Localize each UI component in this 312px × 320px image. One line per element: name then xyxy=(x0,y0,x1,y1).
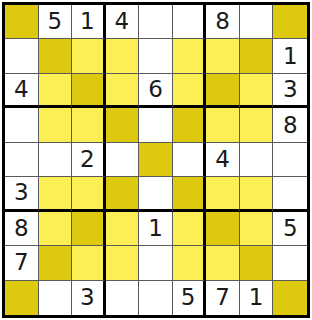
sudoku-cell-r7c5[interactable]: 1 xyxy=(139,212,173,246)
sudoku-cell-r3c9[interactable]: 3 xyxy=(273,74,307,108)
cell-digit: 8 xyxy=(283,114,298,137)
cell-digit: 6 xyxy=(148,78,163,101)
cell-digit: 1 xyxy=(80,10,95,33)
cell-digit: 3 xyxy=(80,286,95,309)
sudoku-cell-r7c3[interactable] xyxy=(72,212,106,246)
sudoku-cell-r7c4[interactable] xyxy=(106,212,140,246)
sudoku-cell-r6c6[interactable] xyxy=(173,177,207,211)
sudoku-cell-r6c9[interactable] xyxy=(273,177,307,211)
sudoku-cell-r6c8[interactable] xyxy=(240,177,274,211)
sudoku-cell-r8c5[interactable] xyxy=(139,246,173,280)
sudoku-cell-r2c6[interactable] xyxy=(173,39,207,73)
sudoku-cell-r1c1[interactable] xyxy=(5,5,39,39)
sudoku-cell-r5c1[interactable] xyxy=(5,143,39,177)
sudoku-cell-r5c9[interactable] xyxy=(273,143,307,177)
sudoku-cell-r6c1[interactable]: 3 xyxy=(5,177,39,211)
sudoku-cell-r2c7[interactable] xyxy=(206,39,240,73)
cell-digit: 5 xyxy=(48,10,63,33)
cell-digit: 8 xyxy=(14,217,29,240)
sudoku-cell-r6c5[interactable] xyxy=(139,177,173,211)
cell-digit: 4 xyxy=(215,148,230,171)
sudoku-cell-r1c5[interactable] xyxy=(139,5,173,39)
cell-digit: 4 xyxy=(115,10,130,33)
sudoku-cell-r5c8[interactable] xyxy=(240,143,274,177)
sudoku-cell-r3c6[interactable] xyxy=(173,74,207,108)
sudoku-cell-r8c8[interactable] xyxy=(240,246,274,280)
sudoku-cell-r4c9[interactable]: 8 xyxy=(273,108,307,142)
cell-digit: 2 xyxy=(80,148,95,171)
sudoku-cell-r9c2[interactable] xyxy=(39,281,73,315)
sudoku-cell-r1c2[interactable]: 5 xyxy=(39,5,73,39)
sudoku-page: 51481463824381573571 xyxy=(0,0,312,320)
sudoku-cell-r7c8[interactable] xyxy=(240,212,274,246)
sudoku-cell-r1c4[interactable]: 4 xyxy=(106,5,140,39)
sudoku-cell-r7c7[interactable] xyxy=(206,212,240,246)
sudoku-cell-r9c6[interactable]: 5 xyxy=(173,281,207,315)
sudoku-cell-r4c2[interactable] xyxy=(39,108,73,142)
sudoku-cell-r9c7[interactable]: 7 xyxy=(206,281,240,315)
sudoku-cell-r3c7[interactable] xyxy=(206,74,240,108)
sudoku-cell-r7c6[interactable] xyxy=(173,212,207,246)
cell-digit: 4 xyxy=(14,78,29,101)
sudoku-cell-r1c3[interactable]: 1 xyxy=(72,5,106,39)
sudoku-cell-r5c5[interactable] xyxy=(139,143,173,177)
sudoku-cell-r4c7[interactable] xyxy=(206,108,240,142)
sudoku-cell-r8c4[interactable] xyxy=(106,246,140,280)
sudoku-cell-r9c5[interactable] xyxy=(139,281,173,315)
sudoku-cell-r6c2[interactable] xyxy=(39,177,73,211)
cell-digit: 7 xyxy=(215,286,230,309)
sudoku-cell-r8c6[interactable] xyxy=(173,246,207,280)
sudoku-cell-r4c1[interactable] xyxy=(5,108,39,142)
sudoku-cell-r9c9[interactable] xyxy=(273,281,307,315)
sudoku-cell-r9c1[interactable] xyxy=(5,281,39,315)
sudoku-cell-r3c2[interactable] xyxy=(39,74,73,108)
sudoku-cell-r7c1[interactable]: 8 xyxy=(5,212,39,246)
sudoku-cell-r1c6[interactable] xyxy=(173,5,207,39)
sudoku-cell-r1c9[interactable] xyxy=(273,5,307,39)
sudoku-cell-r8c3[interactable] xyxy=(72,246,106,280)
sudoku-cell-r3c1[interactable]: 4 xyxy=(5,74,39,108)
cell-digit: 5 xyxy=(283,217,298,240)
cell-digit: 1 xyxy=(249,286,264,309)
sudoku-cell-r2c9[interactable]: 1 xyxy=(273,39,307,73)
cell-digit: 3 xyxy=(283,78,298,101)
sudoku-cell-r2c1[interactable] xyxy=(5,39,39,73)
sudoku-cell-r6c7[interactable] xyxy=(206,177,240,211)
sudoku-cell-r4c5[interactable] xyxy=(139,108,173,142)
cell-digit: 1 xyxy=(148,217,163,240)
sudoku-cell-r5c2[interactable] xyxy=(39,143,73,177)
sudoku-cell-r1c8[interactable] xyxy=(240,5,274,39)
sudoku-cell-r9c3[interactable]: 3 xyxy=(72,281,106,315)
cell-digit: 1 xyxy=(283,45,298,68)
sudoku-cell-r3c5[interactable]: 6 xyxy=(139,74,173,108)
sudoku-cell-r1c7[interactable]: 8 xyxy=(206,5,240,39)
sudoku-cell-r7c9[interactable]: 5 xyxy=(273,212,307,246)
sudoku-cell-r8c7[interactable] xyxy=(206,246,240,280)
sudoku-cell-r9c4[interactable] xyxy=(106,281,140,315)
sudoku-cell-r3c8[interactable] xyxy=(240,74,274,108)
sudoku-cell-r5c7[interactable]: 4 xyxy=(206,143,240,177)
sudoku-board: 51481463824381573571 xyxy=(2,2,310,318)
sudoku-cell-r5c4[interactable] xyxy=(106,143,140,177)
sudoku-cell-r3c3[interactable] xyxy=(72,74,106,108)
sudoku-cell-r8c2[interactable] xyxy=(39,246,73,280)
sudoku-cell-r4c4[interactable] xyxy=(106,108,140,142)
cell-digit: 5 xyxy=(181,286,196,309)
sudoku-cell-r2c5[interactable] xyxy=(139,39,173,73)
sudoku-cell-r8c9[interactable] xyxy=(273,246,307,280)
sudoku-cell-r3c4[interactable] xyxy=(106,74,140,108)
sudoku-cell-r5c6[interactable] xyxy=(173,143,207,177)
sudoku-cell-r4c3[interactable] xyxy=(72,108,106,142)
sudoku-cell-r7c2[interactable] xyxy=(39,212,73,246)
sudoku-cell-r2c2[interactable] xyxy=(39,39,73,73)
sudoku-cell-r4c6[interactable] xyxy=(173,108,207,142)
sudoku-cell-r9c8[interactable]: 1 xyxy=(240,281,274,315)
cell-digit: 7 xyxy=(14,251,29,274)
sudoku-cell-r5c3[interactable]: 2 xyxy=(72,143,106,177)
cell-digit: 8 xyxy=(215,10,230,33)
sudoku-cell-r6c3[interactable] xyxy=(72,177,106,211)
sudoku-cell-r6c4[interactable] xyxy=(106,177,140,211)
sudoku-cell-r2c8[interactable] xyxy=(240,39,274,73)
sudoku-cell-r4c8[interactable] xyxy=(240,108,274,142)
cell-digit: 3 xyxy=(14,181,29,204)
sudoku-cell-r8c1[interactable]: 7 xyxy=(5,246,39,280)
sudoku-cell-r2c3[interactable] xyxy=(72,39,106,73)
sudoku-cell-r2c4[interactable] xyxy=(106,39,140,73)
